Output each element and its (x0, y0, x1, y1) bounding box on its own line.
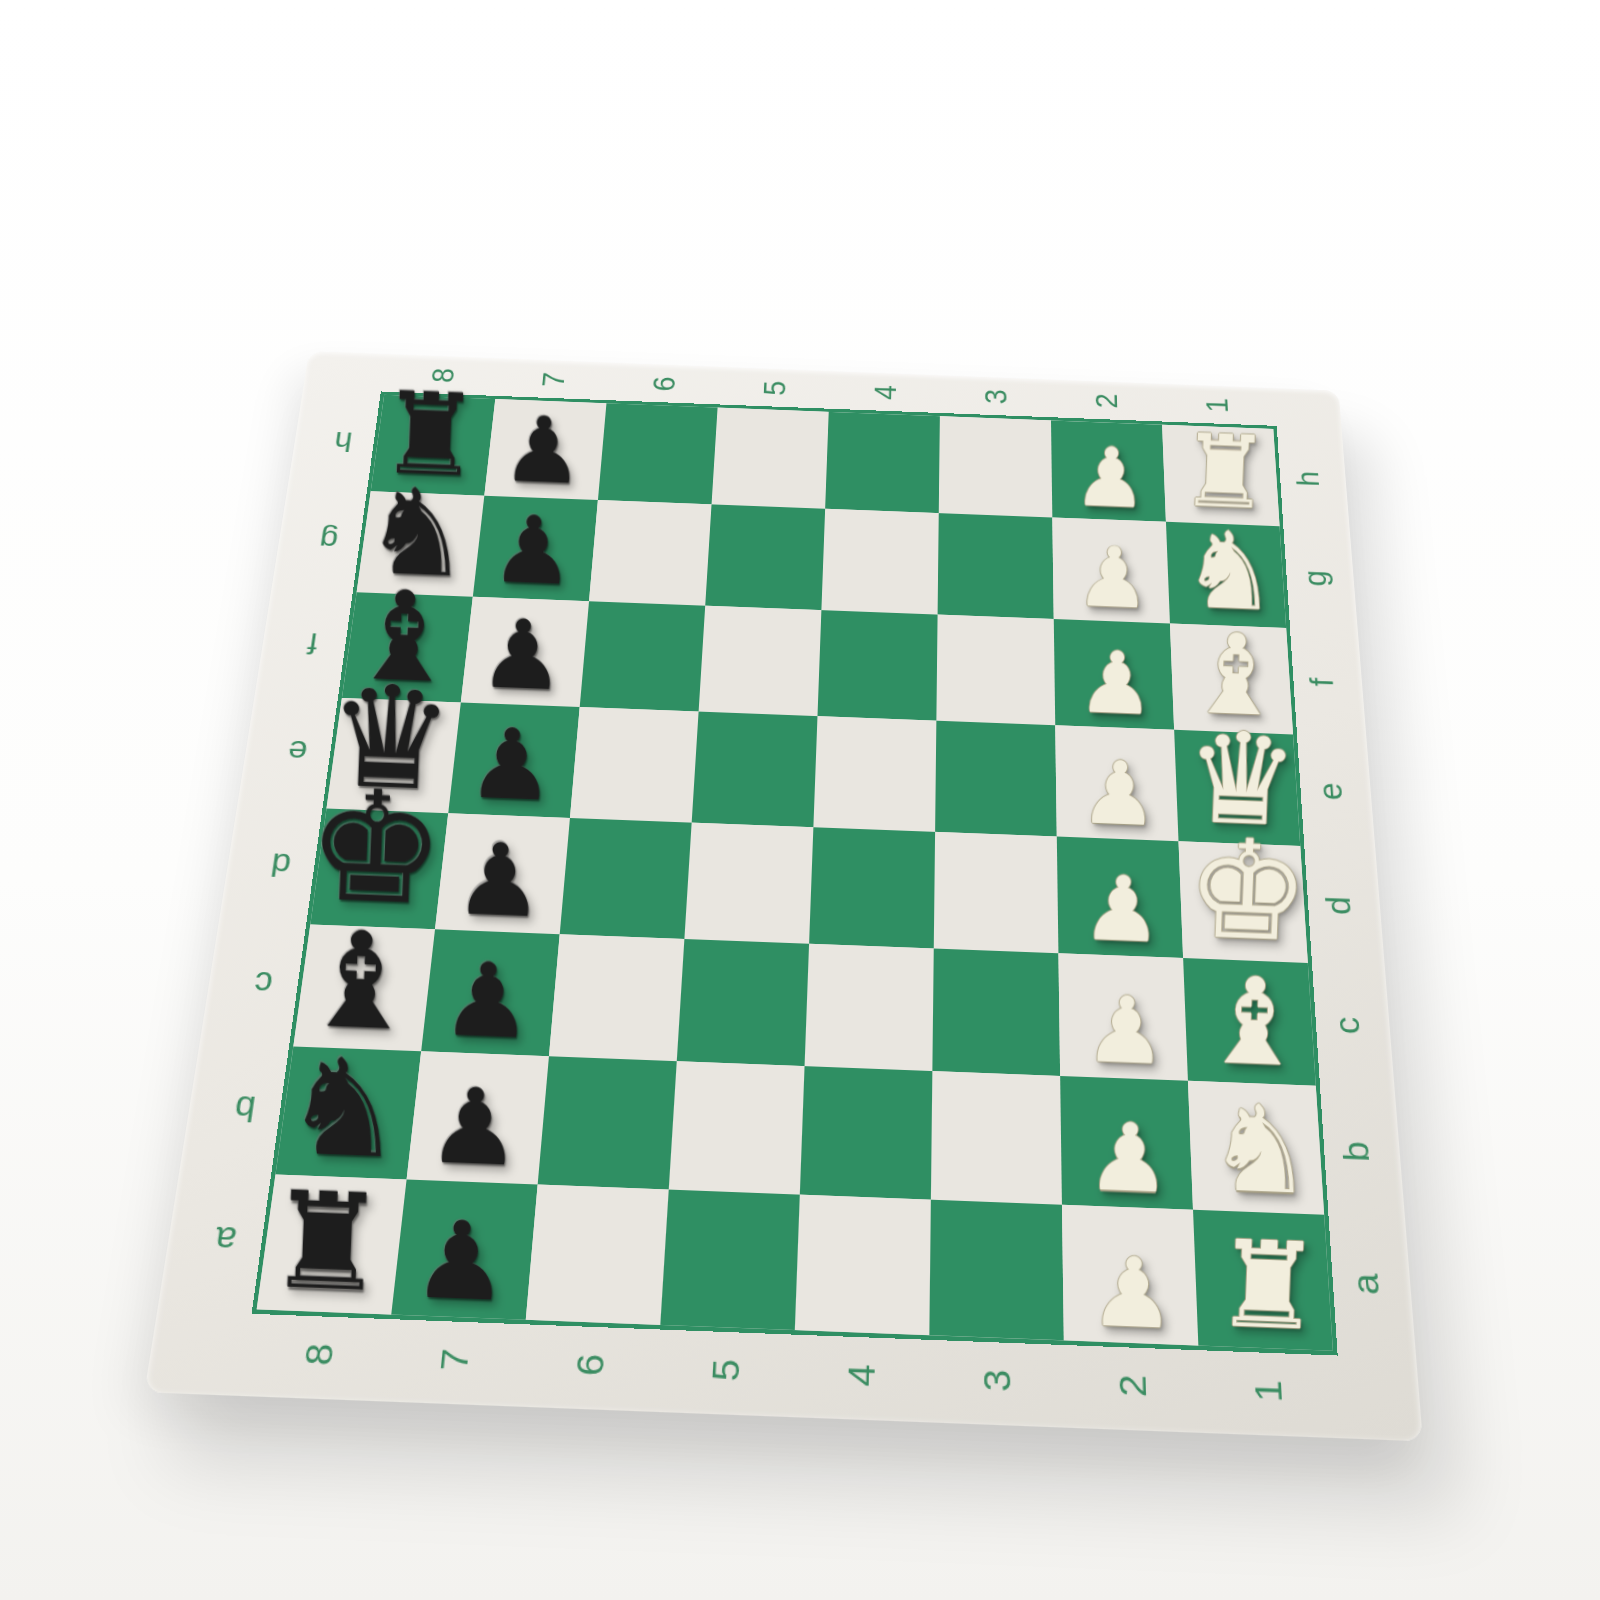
square-a8: ♜ (257, 1175, 407, 1315)
white-king-d1: ♚ (1184, 819, 1312, 961)
square-c4 (805, 944, 934, 1071)
black-pawn-e7: ♟ (466, 715, 557, 816)
file-label-left-text-h: h (332, 425, 354, 457)
square-a7: ♟ (391, 1180, 537, 1320)
rank-label-top-text-3: 3 (977, 388, 1013, 404)
chess-mat: 87654321 87654321 hgfedcba hgfedcba ♜♟♟♜… (144, 351, 1423, 1441)
file-label-right-text-e: e (1310, 781, 1350, 800)
square-b6 (538, 1056, 677, 1189)
square-g7: ♟ (473, 496, 598, 601)
square-h7: ♟ (484, 399, 606, 500)
black-rook-a8: ♜ (265, 1174, 390, 1312)
square-a3 (929, 1200, 1064, 1341)
file-label-left-text-c: c (251, 963, 275, 1003)
square-d6 (560, 818, 692, 939)
black-pawn-c7: ♟ (439, 948, 535, 1054)
square-h2: ♟ (1051, 420, 1166, 521)
rank-label-top-text-6: 6 (645, 375, 682, 391)
square-h3 (939, 416, 1053, 517)
file-label-left-a: a (185, 1172, 265, 1309)
file-label-left-text-d: d (268, 845, 293, 883)
square-e5 (692, 712, 818, 828)
square-b4 (800, 1066, 933, 1200)
white-pawn-h2: ♟ (1073, 435, 1149, 519)
square-c6 (549, 934, 684, 1061)
rank-label-bottom-text-3: 3 (975, 1368, 1019, 1392)
square-d2: ♟ (1057, 837, 1183, 959)
file-label-left-text-f: f (306, 626, 320, 661)
square-h6 (598, 403, 718, 504)
rank-label-bottom-2: 2 (1064, 1343, 1202, 1428)
square-c1: ♝ (1183, 958, 1316, 1086)
rank-label-top-6: 6 (607, 364, 720, 403)
white-bishop-c1: ♝ (1198, 960, 1309, 1083)
square-c2: ♟ (1058, 953, 1188, 1080)
square-a5 (660, 1190, 800, 1330)
file-label-left-b: b (206, 1044, 283, 1174)
square-f3 (936, 615, 1055, 726)
rank-label-bottom-text-4: 4 (839, 1363, 884, 1387)
file-label-right-a: a (1328, 1215, 1402, 1353)
file-label-right-text-b: b (1334, 1140, 1378, 1162)
file-label-right-text-a: a (1343, 1272, 1388, 1295)
file-label-right-text-h: h (1288, 470, 1326, 487)
square-b5 (669, 1061, 805, 1195)
square-b8: ♞ (276, 1046, 422, 1179)
rank-label-bottom-text-1: 1 (1245, 1378, 1290, 1402)
white-pawn-g2: ♟ (1075, 535, 1153, 621)
rank-label-bottom-text-7: 7 (431, 1347, 477, 1371)
square-g2: ♟ (1052, 518, 1170, 624)
file-label-left-text-e: e (285, 733, 309, 770)
file-label-right-text-c: c (1325, 1015, 1367, 1034)
square-f5 (699, 606, 822, 717)
file-label-right-text-d: d (1317, 895, 1358, 915)
rank-label-bottom-5: 5 (655, 1327, 795, 1412)
file-label-left-text-g: g (317, 523, 340, 556)
rank-label-bottom-4: 4 (792, 1332, 930, 1417)
square-d3 (934, 832, 1059, 953)
rank-label-top-7: 7 (496, 360, 610, 399)
black-knight-b8: ♞ (281, 1038, 407, 1177)
square-e3 (935, 721, 1057, 837)
square-g6 (589, 500, 712, 606)
square-e7: ♟ (448, 702, 579, 817)
square-b1: ♞ (1188, 1081, 1324, 1215)
rank-label-top-5: 5 (718, 368, 830, 407)
square-f6 (580, 601, 706, 711)
rank-label-top-text-5: 5 (756, 380, 793, 396)
rank-label-bottom-7: 7 (382, 1317, 526, 1402)
white-pawn-d2: ♟ (1081, 863, 1165, 955)
rank-label-top-text-8: 8 (424, 367, 462, 383)
white-rook-a1: ♜ (1212, 1225, 1323, 1348)
file-label-right-text-g: g (1295, 569, 1333, 586)
rank-label-bottom-text-8: 8 (295, 1342, 342, 1366)
file-label-right-text-f: f (1302, 677, 1341, 687)
file-label-right-b: b (1320, 1086, 1392, 1218)
rank-label-top-text-4: 4 (867, 384, 903, 400)
square-b7: ♟ (407, 1051, 549, 1184)
rank-label-bottom-1: 1 (1198, 1348, 1338, 1433)
rank-label-bottom-text-6: 6 (567, 1352, 613, 1376)
white-pawn-e2: ♟ (1079, 748, 1161, 838)
square-a2: ♟ (1062, 1205, 1198, 1346)
square-e6 (570, 707, 699, 823)
rank-label-bottom-6: 6 (519, 1322, 661, 1407)
black-pawn-f7: ♟ (478, 606, 567, 704)
rank-label-top-2: 2 (1050, 381, 1161, 420)
square-b2: ♟ (1060, 1076, 1193, 1210)
file-label-right-c: c (1312, 963, 1382, 1088)
white-pawn-f2: ♟ (1076, 639, 1156, 727)
black-pawn-b7: ♟ (425, 1073, 523, 1181)
square-c5 (677, 939, 809, 1066)
white-knight-b1: ♞ (1205, 1088, 1317, 1212)
white-pawn-c2: ♟ (1083, 983, 1169, 1078)
square-d7: ♟ (435, 813, 570, 934)
square-c3 (932, 949, 1060, 1076)
square-a1: ♜ (1193, 1210, 1333, 1351)
rank-label-top-text-1: 1 (1198, 397, 1235, 413)
black-pawn-h7: ♟ (501, 404, 586, 498)
square-f7: ♟ (461, 597, 589, 707)
square-e2: ♟ (1055, 725, 1178, 841)
square-d5 (684, 823, 813, 944)
square-g5 (705, 504, 825, 610)
rank-label-top-4: 4 (829, 373, 940, 412)
square-d1: ♚ (1179, 841, 1308, 963)
white-pawn-a2: ♟ (1088, 1243, 1178, 1343)
square-f2: ♟ (1054, 619, 1174, 730)
square-e4 (813, 716, 936, 832)
square-a4 (795, 1195, 931, 1336)
product-photo-scene: 87654321 87654321 hgfedcba hgfedcba ♜♟♟♜… (0, 0, 1600, 1600)
file-label-left-text-a: a (212, 1217, 239, 1262)
black-pawn-a7: ♟ (411, 1205, 512, 1316)
square-g3 (938, 513, 1054, 619)
board-grid: ♜♟♟♜♞♟♟♞♝♟♟♝♛♟♟♛♚♟♟♚♝♟♟♝♞♟♟♞♜♟♟♜ (257, 395, 1333, 1351)
rank-label-bottom-8: 8 (245, 1312, 391, 1397)
rank-label-top-text-7: 7 (534, 371, 571, 387)
square-h4 (825, 412, 940, 513)
black-pawn-g7: ♟ (489, 503, 576, 599)
file-label-right-h: h (1277, 429, 1338, 528)
square-c7: ♟ (421, 929, 560, 1056)
file-label-left-text-b: b (231, 1087, 258, 1129)
black-pawn-d7: ♟ (453, 828, 546, 931)
rank-label-bottom-3: 3 (928, 1338, 1065, 1423)
rank-label-top-3: 3 (940, 377, 1051, 416)
file-label-right-d: d (1304, 846, 1372, 965)
file-label-right-g: g (1283, 526, 1346, 630)
square-a6 (526, 1185, 669, 1325)
square-g4 (821, 509, 938, 615)
rank-label-bottom-text-5: 5 (703, 1357, 748, 1381)
square-b3 (931, 1071, 1062, 1205)
rank-label-top-text-2: 2 (1088, 392, 1124, 408)
white-pawn-b2: ♟ (1085, 1110, 1173, 1207)
square-d4 (809, 827, 935, 948)
square-h5 (712, 408, 829, 509)
square-f4 (817, 610, 937, 721)
rank-label-bottom-text-2: 2 (1110, 1373, 1155, 1397)
chess-board: ♜♟♟♜♞♟♟♞♝♟♟♝♛♟♟♛♚♟♟♚♝♟♟♝♞♟♟♞♜♟♟♜ (252, 391, 1338, 1355)
